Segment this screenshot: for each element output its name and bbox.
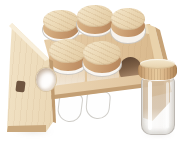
jar-lid-side xyxy=(111,15,145,37)
rack-foot-shadow xyxy=(148,90,176,97)
jar-screw-lid-top xyxy=(140,59,175,69)
jar-lid-side xyxy=(77,12,113,34)
jar-lid-top xyxy=(83,41,121,65)
jar-glass-ring xyxy=(42,18,80,42)
jar-lid-side xyxy=(49,47,87,71)
jar-lid-side xyxy=(83,49,121,73)
jar-lid-side xyxy=(43,17,79,39)
rack-ground-shadow xyxy=(6,126,60,137)
jar-glass-ring xyxy=(76,13,114,37)
jar-lid-top xyxy=(111,8,145,30)
jar-glass-ring xyxy=(110,18,146,44)
glass-highlight xyxy=(166,82,169,128)
panel-through-slot xyxy=(15,80,25,92)
jar-glass-ring xyxy=(48,49,88,75)
jar-lid-top xyxy=(49,39,87,63)
glass-highlight xyxy=(148,81,152,130)
jar-lid-top xyxy=(43,10,79,32)
jar-glass-ring xyxy=(82,51,122,77)
product-photo-stage xyxy=(0,0,187,159)
standalone-jar-shadow xyxy=(136,129,180,138)
jar-lid-top xyxy=(77,5,113,27)
